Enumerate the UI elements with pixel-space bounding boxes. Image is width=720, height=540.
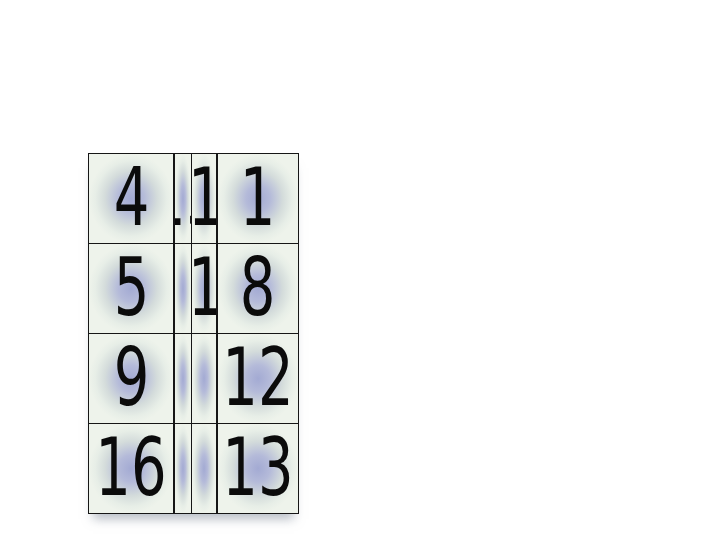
- cell-r4c2: 3: [175, 424, 191, 513]
- cell-value-clipped: 15: [175, 158, 191, 238]
- cell-value: 4: [113, 158, 149, 238]
- cell-value: 16: [95, 428, 166, 508]
- cell-r4c3: 2: [192, 424, 216, 513]
- cell-r3c2: 6: [175, 334, 191, 423]
- cell-value-clipped: 11: [192, 248, 216, 328]
- cell-r3c3: 7: [192, 334, 216, 423]
- cell-r3c4: 12: [218, 334, 298, 423]
- cell-r2c4: 8: [218, 244, 298, 333]
- cell-r1c3: 14: [192, 154, 216, 243]
- cell-r4c1: 16: [89, 424, 173, 513]
- magic-square-table: 4 15 14 1 5 10 11 8 9 6 7: [88, 153, 299, 514]
- cell-value: 5: [113, 248, 149, 328]
- cell-value: 8: [240, 248, 276, 328]
- cell-value: 1: [240, 158, 276, 238]
- cell-r1c1: 4: [89, 154, 173, 243]
- cell-r4c4: 13: [218, 424, 298, 513]
- cell-r2c3: 11: [192, 244, 216, 333]
- cell-r1c2: 15: [175, 154, 191, 243]
- cell-r2c1: 5: [89, 244, 173, 333]
- cell-r3c1: 9: [89, 334, 173, 423]
- cell-value: 9: [113, 338, 149, 418]
- slide-canvas: 4 15 14 1 5 10 11 8 9 6 7: [0, 0, 720, 540]
- cell-r2c2: 10: [175, 244, 191, 333]
- cell-value: 13: [222, 428, 293, 508]
- cell-value-clipped: 14: [192, 158, 216, 238]
- cell-value: 12: [222, 338, 293, 418]
- cell-r1c4: 1: [218, 154, 298, 243]
